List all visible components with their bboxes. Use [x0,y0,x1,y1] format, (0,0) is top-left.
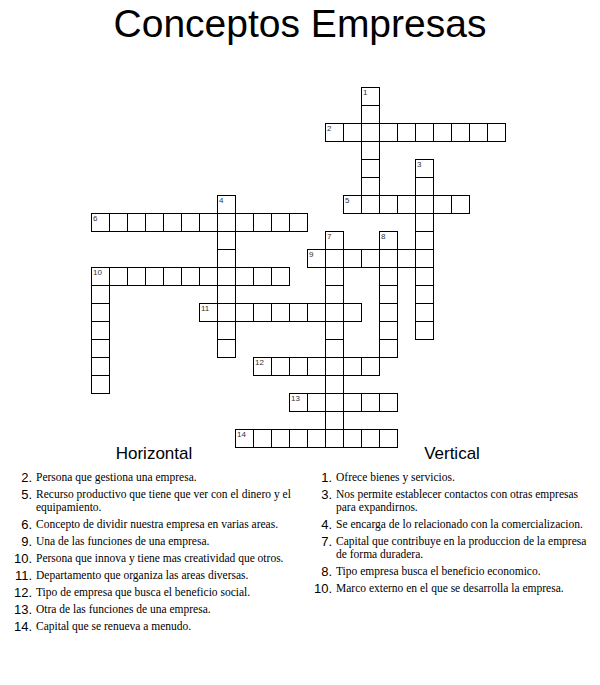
cell-r6c14[interactable]: 5 [343,195,362,214]
cell-r2c17[interactable] [397,123,416,142]
cell-r9c12[interactable]: 9 [307,249,326,268]
cell-r15c10[interactable] [271,357,290,376]
cell-r10c18[interactable] [415,267,434,286]
cell-number-8: 8 [381,232,385,241]
cell-r7c2[interactable] [127,213,146,232]
cell-number-2: 2 [327,124,331,133]
cell-r17c15[interactable] [361,393,380,412]
clue-text: Ofrece bienes y servicios. [336,471,596,484]
cell-r13c0[interactable] [91,321,110,340]
cell-r15c13[interactable] [325,357,344,376]
cell-r12c7[interactable] [217,303,236,322]
clue-item: 8.Tipo empresa busca el beneficio econom… [308,565,596,578]
cell-r15c12[interactable] [307,357,326,376]
cell-r6c20[interactable] [451,195,470,214]
clue-item: 14.Capital que se renueva a menudo. [8,620,300,633]
cell-r6c19[interactable] [433,195,452,214]
vertical-clue-list: 1.Ofrece bienes y servicios.3.Nos permit… [308,471,596,595]
cell-r2c14[interactable] [343,123,362,142]
cell-r4c18[interactable]: 3 [415,159,434,178]
cell-r13c7[interactable] [217,321,236,340]
cell-r6c17[interactable] [397,195,416,214]
cell-r10c2[interactable] [127,267,146,286]
cell-r15c15[interactable] [361,357,380,376]
clue-number: 1. [308,471,332,484]
cell-r2c16[interactable] [379,123,398,142]
cell-r12c12[interactable] [307,303,326,322]
cell-r9c7[interactable] [217,249,236,268]
cell-r12c0[interactable] [91,303,110,322]
cell-r12c10[interactable] [271,303,290,322]
cell-r11c16[interactable] [379,285,398,304]
cell-r7c8[interactable] [235,213,254,232]
cell-r15c9[interactable]: 12 [253,357,272,376]
clue-item: 2.Persona que gestiona una empresa. [8,471,300,484]
crossword-grid: 1234567891011121314 [91,87,505,447]
cell-r7c10[interactable] [271,213,290,232]
clue-text: Otra de las funciones de una empresa. [36,603,300,616]
clue-item: 5.Recurso productivo que tiene que ver c… [8,488,300,514]
clue-item: 6.Concepto de dividir nuestra empresa en… [8,518,300,531]
clue-number: 7. [308,535,332,548]
clue-text: Recurso productivo que tiene que ver con… [36,488,300,514]
cell-number-3: 3 [417,160,421,169]
cell-r2c20[interactable] [451,123,470,142]
page-title: Conceptos Empresas [0,3,600,46]
cell-r18c13[interactable] [325,411,344,430]
cell-r6c7[interactable]: 4 [217,195,236,214]
cell-r7c11[interactable] [289,213,308,232]
clue-text: Capital que contribuye en la produccion … [336,535,596,561]
cell-r13c13[interactable] [325,321,344,340]
cell-r12c14[interactable] [343,303,362,322]
clue-item: 13.Otra de las funciones de una empresa. [8,603,300,616]
cell-number-7: 7 [327,232,331,241]
clue-text: Departamento que organiza las areas dive… [36,569,300,582]
cell-r12c11[interactable] [289,303,308,322]
cell-r14c13[interactable] [325,339,344,358]
cell-number-5: 5 [345,196,349,205]
cell-r6c18[interactable] [415,195,434,214]
clue-number: 5. [8,488,32,501]
cell-r12c9[interactable] [253,303,272,322]
cell-r2c15[interactable] [361,123,380,142]
cell-r5c18[interactable] [415,177,434,196]
cell-r13c18[interactable] [415,321,434,340]
vertical-clues-column: Vertical 1.Ofrece bienes y servicios.3.N… [308,444,596,599]
clue-text: Tipo empresa busca el beneficio economic… [336,565,596,578]
cell-number-10: 10 [93,268,102,277]
clue-text: Capital que se renueva a menudo. [36,620,300,633]
clue-number: 11. [8,569,32,582]
clue-text: Una de las funciones de una empresa. [36,535,300,548]
cell-r12c16[interactable] [379,303,398,322]
cell-r9c14[interactable] [343,249,362,268]
clue-item: 1.Ofrece bienes y servicios. [308,471,596,484]
cell-r11c0[interactable] [91,285,110,304]
cell-r9c17[interactable] [397,249,416,268]
clue-number: 6. [8,518,32,531]
cell-r11c13[interactable] [325,285,344,304]
cell-r7c3[interactable] [145,213,164,232]
cell-r2c18[interactable] [415,123,434,142]
clue-number: 14. [8,620,32,633]
clue-item: 4.Se encarga de lo relacionado con la co… [308,518,596,531]
cell-number-6: 6 [93,214,97,223]
cell-r15c0[interactable] [91,357,110,376]
cell-r2c21[interactable] [469,123,488,142]
clue-item: 10.Marco externo en el que se desarrolla… [308,582,596,595]
clue-item: 7.Capital que contribuye en la produccio… [308,535,596,561]
cell-r6c15[interactable] [361,195,380,214]
cell-r17c14[interactable] [343,393,362,412]
vertical-heading: Vertical [308,444,596,464]
cell-r14c16[interactable] [379,339,398,358]
clue-text: Persona que innova y tiene mas creativid… [36,552,300,565]
cell-r15c11[interactable] [289,357,308,376]
clue-text: Nos permite establecer contactos con otr… [336,488,596,514]
clue-text: Concepto de dividir nuestra empresa en v… [36,518,300,531]
cell-r10c9[interactable] [253,267,272,286]
cell-r14c7[interactable] [217,339,236,358]
cell-r0c15[interactable]: 1 [361,87,380,106]
cell-r7c4[interactable] [163,213,182,232]
crossword-page: Conceptos Empresas 1234567891011121314 H… [0,0,600,685]
cell-r3c15[interactable] [361,141,380,160]
cell-number-4: 4 [219,196,223,205]
cell-r14c0[interactable] [91,339,110,358]
cell-r10c4[interactable] [163,267,182,286]
cell-r9c13[interactable] [325,249,344,268]
clue-number: 4. [308,518,332,531]
cell-r12c13[interactable] [325,303,344,322]
cell-r9c18[interactable] [415,249,434,268]
cell-r2c19[interactable] [433,123,452,142]
cell-number-14: 14 [237,430,246,439]
horizontal-clues-column: Horizontal 2.Persona que gestiona una em… [8,444,300,637]
cell-r7c6[interactable] [199,213,218,232]
clue-text: Persona que gestiona una empresa. [36,471,300,484]
cell-r10c3[interactable] [145,267,164,286]
clue-text: Se encarga de lo relacionado con la come… [336,518,596,531]
cell-r6c16[interactable] [379,195,398,214]
cell-r16c0[interactable] [91,375,110,394]
cell-r2c13[interactable]: 2 [325,123,344,142]
clue-item: 9.Una de las funciones de una empresa. [8,535,300,548]
cell-r12c6[interactable]: 11 [199,303,218,322]
cell-r10c16[interactable] [379,267,398,286]
cell-r12c8[interactable] [235,303,254,322]
cell-r10c6[interactable] [199,267,218,286]
clue-number: 8. [308,565,332,578]
clue-item: 3.Nos permite establecer contactos con o… [308,488,596,514]
cell-number-11: 11 [201,304,209,313]
cell-r8c13[interactable]: 7 [325,231,344,250]
cell-number-9: 9 [309,250,313,259]
cell-r10c1[interactable] [109,267,128,286]
cell-r10c5[interactable] [181,267,200,286]
clue-item: 12.Tipo de empresa que busca el benefici… [8,586,300,599]
cell-r4c15[interactable] [361,159,380,178]
clue-number: 12. [8,586,32,599]
cell-number-13: 13 [291,394,300,403]
clue-number: 3. [308,488,332,501]
clue-number: 10. [8,552,32,565]
cell-r17c12[interactable] [307,393,326,412]
horizontal-clue-list: 2.Persona que gestiona una empresa.5.Rec… [8,471,300,633]
cell-r1c15[interactable] [361,105,380,124]
cell-r17c13[interactable] [325,393,344,412]
cell-r5c15[interactable] [361,177,380,196]
cell-r7c0[interactable]: 6 [91,213,110,232]
clue-number: 10. [308,582,332,595]
cell-r8c18[interactable] [415,231,434,250]
cell-r9c15[interactable] [361,249,380,268]
cell-r11c7[interactable] [217,285,236,304]
clue-number: 13. [8,603,32,616]
cell-r10c7[interactable] [217,267,236,286]
cell-r12c18[interactable] [415,303,434,322]
horizontal-heading: Horizontal [8,444,300,464]
cell-r13c16[interactable] [379,321,398,340]
cell-r17c16[interactable] [379,393,398,412]
cell-r15c14[interactable] [343,357,362,376]
cell-r2c22[interactable] [487,123,506,142]
clue-number: 2. [8,471,32,484]
clue-item: 11.Departamento que organiza las areas d… [8,569,300,582]
clue-number: 9. [8,535,32,548]
cell-r10c0[interactable]: 10 [91,267,110,286]
cell-r10c8[interactable] [235,267,254,286]
clue-text: Marco externo en el que se desarrolla la… [336,582,596,595]
cell-r7c18[interactable] [415,213,434,232]
cell-r7c9[interactable] [253,213,272,232]
cell-r10c13[interactable] [325,267,344,286]
cell-r7c1[interactable] [109,213,128,232]
cell-r7c7[interactable] [217,213,236,232]
cell-number-12: 12 [255,358,264,367]
cell-number-1: 1 [363,88,367,97]
cell-r17c11[interactable]: 13 [289,393,308,412]
cell-r7c5[interactable] [181,213,200,232]
cell-r11c18[interactable] [415,285,434,304]
cell-r16c13[interactable] [325,375,344,394]
cell-r9c16[interactable] [379,249,398,268]
clue-item: 10.Persona que innova y tiene mas creati… [8,552,300,565]
clue-text: Tipo de empresa que busca el beneficio s… [36,586,300,599]
cell-r8c7[interactable] [217,231,236,250]
cell-r8c16[interactable]: 8 [379,231,398,250]
cell-r10c10[interactable] [271,267,290,286]
